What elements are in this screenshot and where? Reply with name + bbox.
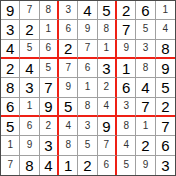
cell-r8c5[interactable]: 5 xyxy=(78,136,97,155)
cell-r3c2[interactable]: 5 xyxy=(20,40,39,59)
given-digit: 3 xyxy=(6,22,14,37)
given-digit: 7 xyxy=(161,119,169,134)
given-digit: 7 xyxy=(122,22,130,37)
solved-digit: 1 xyxy=(27,101,33,111)
solved-digit: 6 xyxy=(65,24,71,34)
cell-r8c8[interactable]: 2 xyxy=(136,136,155,155)
cell-r2c3[interactable]: 1 xyxy=(40,20,59,39)
cell-r3c8[interactable]: 3 xyxy=(136,40,155,59)
cell-r5c6[interactable]: 2 xyxy=(98,78,117,97)
cell-r5c8[interactable]: 4 xyxy=(136,78,155,97)
cell-r3c4[interactable]: 2 xyxy=(59,40,78,59)
given-digit: 4 xyxy=(25,61,33,76)
given-digit: 3 xyxy=(102,61,110,76)
solved-digit: 5 xyxy=(27,43,33,53)
cell-r1c3[interactable]: 8 xyxy=(40,1,59,20)
cell-r4c7[interactable]: 1 xyxy=(117,59,136,78)
given-digit: 4 xyxy=(6,41,14,56)
solved-digit: 3 xyxy=(65,5,71,15)
given-digit: 1 xyxy=(122,61,130,76)
cell-r9c2[interactable]: 8 xyxy=(20,156,39,175)
cell-r5c3[interactable]: 7 xyxy=(40,78,59,97)
cell-r1c6[interactable]: 5 xyxy=(98,1,117,20)
cell-r4c8[interactable]: 8 xyxy=(136,59,155,78)
cell-r5c2[interactable]: 3 xyxy=(20,78,39,97)
cell-r5c9[interactable]: 5 xyxy=(156,78,175,97)
cell-r8c4[interactable]: 8 xyxy=(59,136,78,155)
solved-digit: 8 xyxy=(104,24,110,34)
given-digit: 9 xyxy=(44,99,52,114)
cell-r9c3[interactable]: 4 xyxy=(40,156,59,175)
solved-digit: 4 xyxy=(65,121,71,131)
given-digit: 5 xyxy=(6,119,14,134)
cell-r6c8[interactable]: 7 xyxy=(136,98,155,117)
given-digit: 6 xyxy=(6,99,14,114)
cell-r2c5[interactable]: 9 xyxy=(78,20,97,39)
solved-digit: 5 xyxy=(85,140,91,150)
cell-r1c9[interactable]: 1 xyxy=(156,1,175,20)
given-digit: 3 xyxy=(25,80,33,95)
solved-digit: 8 xyxy=(65,140,71,150)
cell-r7c5[interactable]: 3 xyxy=(78,117,97,136)
cell-r8c2[interactable]: 9 xyxy=(20,136,39,155)
solved-digit: 1 xyxy=(163,5,169,15)
given-digit: 6 xyxy=(141,3,149,18)
solved-digit: 7 xyxy=(27,5,33,15)
solved-digit: 3 xyxy=(85,121,91,131)
given-digit: 2 xyxy=(141,138,149,153)
solved-digit: 4 xyxy=(163,24,169,34)
given-digit: 4 xyxy=(83,3,91,18)
cell-r4c5[interactable]: 6 xyxy=(78,59,97,78)
cell-r9c8[interactable]: 9 xyxy=(136,156,155,175)
given-digit: 8 xyxy=(161,41,169,56)
cell-r4c2[interactable]: 4 xyxy=(20,59,39,78)
cell-r3c3[interactable]: 6 xyxy=(40,40,59,59)
solved-digit: 9 xyxy=(143,160,149,170)
cell-r7c9[interactable]: 7 xyxy=(156,117,175,136)
cell-r9c9[interactable]: 3 xyxy=(156,156,175,175)
cell-r6c3[interactable]: 9 xyxy=(40,98,59,117)
given-digit: 6 xyxy=(161,138,169,153)
cell-r4c9[interactable]: 9 xyxy=(156,59,175,78)
cell-r8c1[interactable]: 1 xyxy=(1,136,20,155)
given-digit: 8 xyxy=(6,80,14,95)
cell-r6c1[interactable]: 6 xyxy=(1,98,20,117)
cell-r6c2[interactable]: 1 xyxy=(20,98,39,117)
cell-r3c1[interactable]: 4 xyxy=(1,40,20,59)
cell-r7c6[interactable]: 9 xyxy=(98,117,117,136)
cell-r7c3[interactable]: 2 xyxy=(40,117,59,136)
cell-r1c1[interactable]: 9 xyxy=(1,1,20,20)
cell-r2c9[interactable]: 4 xyxy=(156,20,175,39)
given-digit: 2 xyxy=(83,158,91,173)
cell-r3c7[interactable]: 9 xyxy=(117,40,136,59)
cell-r1c2[interactable]: 7 xyxy=(20,1,39,20)
given-digit: 9 xyxy=(6,3,14,18)
solved-digit: 9 xyxy=(85,24,91,34)
solved-digit: 8 xyxy=(143,63,149,73)
cell-r5c1[interactable]: 8 xyxy=(1,78,20,97)
cell-r5c7[interactable]: 6 xyxy=(117,78,136,97)
given-digit: 5 xyxy=(64,99,72,114)
cell-r4c1[interactable]: 2 xyxy=(1,59,20,78)
cell-r8c7[interactable]: 4 xyxy=(117,136,136,155)
sudoku-board: 9783452613216987544562719382457631898379… xyxy=(0,0,176,176)
solved-digit: 9 xyxy=(123,43,129,53)
solved-digit: 3 xyxy=(123,101,129,111)
given-digit: 7 xyxy=(44,80,52,95)
given-digit: 4 xyxy=(141,80,149,95)
solved-digit: 4 xyxy=(104,101,110,111)
given-digit: 8 xyxy=(25,158,33,173)
cell-r7c4[interactable]: 4 xyxy=(59,117,78,136)
given-digit: 3 xyxy=(161,158,169,173)
cell-r8c3[interactable]: 3 xyxy=(40,136,59,155)
given-digit: 2 xyxy=(6,61,14,76)
given-digit: 1 xyxy=(64,158,72,173)
given-digit: 2 xyxy=(161,99,169,114)
cell-r9c1[interactable]: 7 xyxy=(1,156,20,175)
solved-digit: 5 xyxy=(123,160,129,170)
cell-r2c6[interactable]: 8 xyxy=(98,20,117,39)
solved-digit: 1 xyxy=(7,140,13,150)
given-digit: 6 xyxy=(122,80,130,95)
solved-digit: 7 xyxy=(104,140,110,150)
cell-r2c7[interactable]: 7 xyxy=(117,20,136,39)
solved-digit: 5 xyxy=(143,24,149,34)
cell-r1c7[interactable]: 2 xyxy=(117,1,136,20)
cell-r5c4[interactable]: 9 xyxy=(59,78,78,97)
cell-r6c5[interactable]: 8 xyxy=(78,98,97,117)
given-digit: 4 xyxy=(44,158,52,173)
cell-r6c4[interactable]: 5 xyxy=(59,98,78,117)
cell-r2c2[interactable]: 2 xyxy=(20,20,39,39)
solved-digit: 7 xyxy=(85,43,91,53)
given-digit: 9 xyxy=(161,61,169,76)
cell-r6c9[interactable]: 2 xyxy=(156,98,175,117)
solved-digit: 9 xyxy=(65,82,71,92)
given-digit: 5 xyxy=(102,3,110,18)
solved-digit: 3 xyxy=(143,43,149,53)
solved-digit: 5 xyxy=(46,63,52,73)
cell-r1c8[interactable]: 6 xyxy=(136,1,155,20)
solved-digit: 1 xyxy=(46,24,52,34)
given-digit: 7 xyxy=(141,99,149,114)
given-digit: 5 xyxy=(161,80,169,95)
solved-digit: 1 xyxy=(85,82,91,92)
solved-digit: 6 xyxy=(27,121,33,131)
cell-r4c3[interactable]: 5 xyxy=(40,59,59,78)
given-digit: 2 xyxy=(64,41,72,56)
solved-digit: 8 xyxy=(46,5,52,15)
solved-digit: 7 xyxy=(7,160,13,170)
cell-r1c4[interactable]: 3 xyxy=(59,1,78,20)
solved-digit: 7 xyxy=(65,63,71,73)
given-digit: 2 xyxy=(122,3,130,18)
cell-r6c6[interactable]: 4 xyxy=(98,98,117,117)
cell-r9c7[interactable]: 5 xyxy=(117,156,136,175)
solved-digit: 1 xyxy=(104,43,110,53)
cell-r7c1[interactable]: 5 xyxy=(1,117,20,136)
cell-r3c9[interactable]: 8 xyxy=(156,40,175,59)
cell-r4c6[interactable]: 3 xyxy=(98,59,117,78)
cell-r5c5[interactable]: 1 xyxy=(78,78,97,97)
given-digit: 2 xyxy=(25,22,33,37)
cell-r3c6[interactable]: 1 xyxy=(98,40,117,59)
given-digit: 9 xyxy=(102,119,110,134)
solved-digit: 6 xyxy=(85,63,91,73)
cell-r4c4[interactable]: 7 xyxy=(59,59,78,78)
solved-digit: 9 xyxy=(27,140,33,150)
cell-r8c9[interactable]: 6 xyxy=(156,136,175,155)
cell-r2c4[interactable]: 6 xyxy=(59,20,78,39)
solved-digit: 1 xyxy=(143,121,149,131)
solved-digit: 8 xyxy=(123,121,129,131)
solved-digit: 6 xyxy=(104,160,110,170)
cell-r9c4[interactable]: 1 xyxy=(59,156,78,175)
cell-r9c6[interactable]: 6 xyxy=(98,156,117,175)
cell-r7c7[interactable]: 8 xyxy=(117,117,136,136)
cell-r8c6[interactable]: 7 xyxy=(98,136,117,155)
cell-r1c5[interactable]: 4 xyxy=(78,1,97,20)
cell-r9c5[interactable]: 2 xyxy=(78,156,97,175)
cell-r6c7[interactable]: 3 xyxy=(117,98,136,117)
cell-r2c8[interactable]: 5 xyxy=(136,20,155,39)
solved-digit: 6 xyxy=(46,43,52,53)
solved-digit: 2 xyxy=(104,82,110,92)
solved-digit: 4 xyxy=(123,140,129,150)
solved-digit: 2 xyxy=(46,121,52,131)
cell-r2c1[interactable]: 3 xyxy=(1,20,20,39)
cell-r7c8[interactable]: 1 xyxy=(136,117,155,136)
given-digit: 3 xyxy=(44,138,52,153)
solved-digit: 8 xyxy=(85,101,91,111)
cell-r7c2[interactable]: 6 xyxy=(20,117,39,136)
cell-r3c5[interactable]: 7 xyxy=(78,40,97,59)
